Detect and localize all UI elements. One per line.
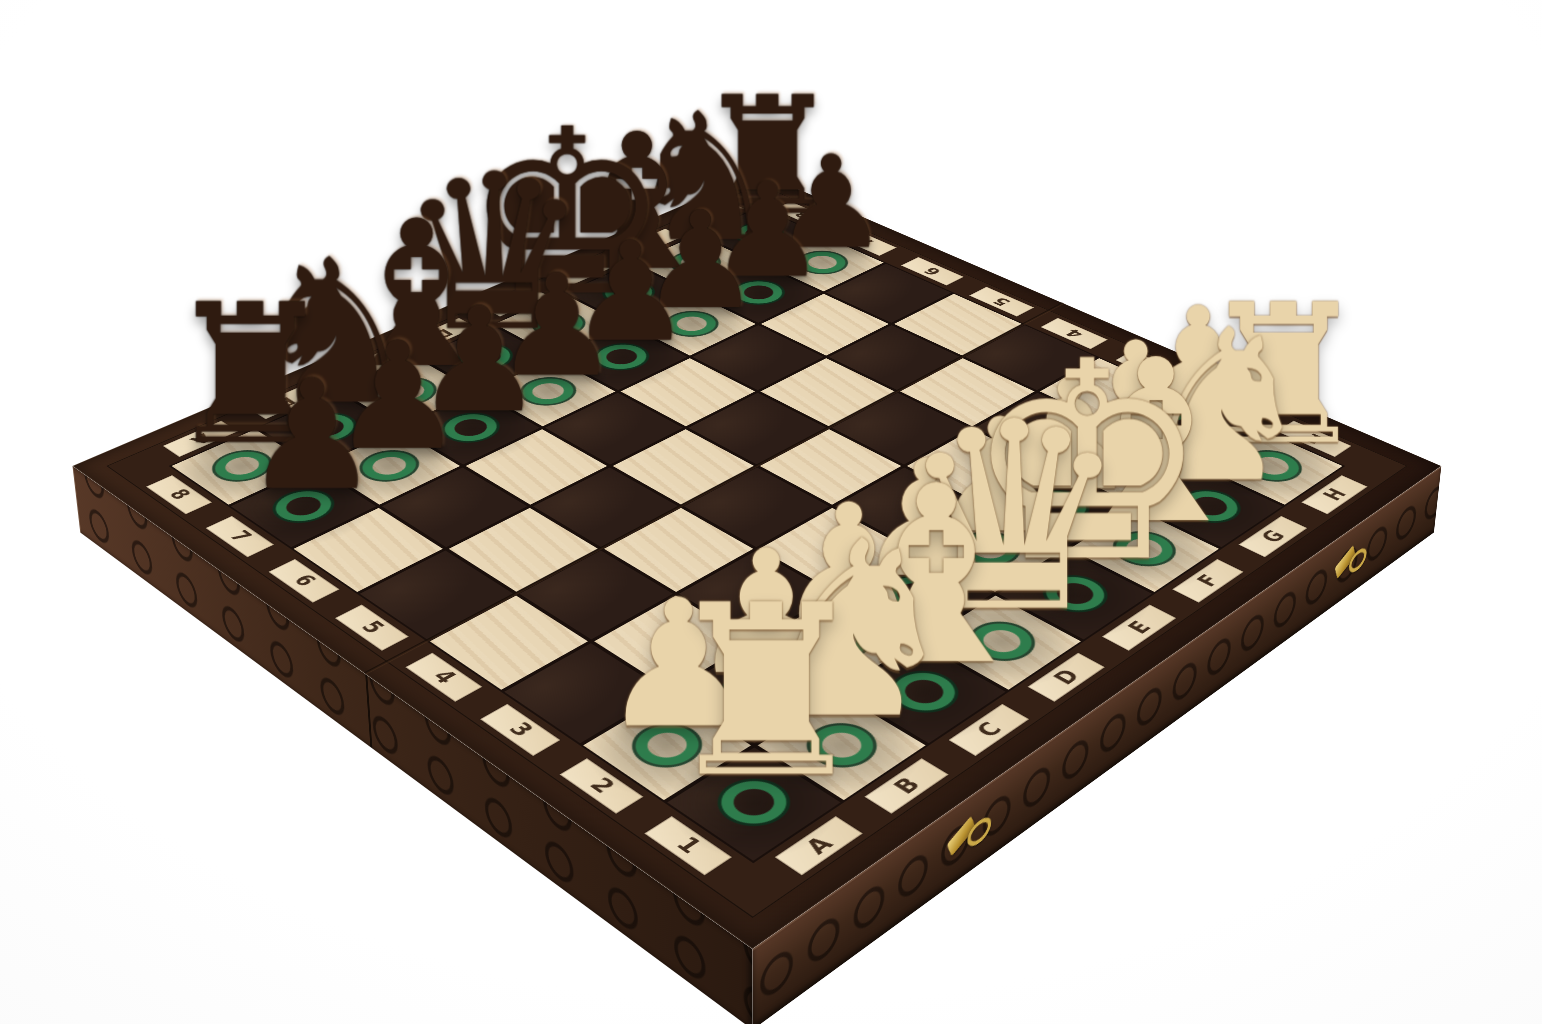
rook-glyph: ♜ bbox=[660, 574, 872, 810]
file-label-e-n-text: E bbox=[504, 296, 528, 308]
pieces-layer: ♜♞♝♛♚♝♞♜♟♟♟♟♟♟♟♟♟♟♟♟♟♟♟♟♜♞♝♛♚♝♞♜ bbox=[73, 172, 1442, 949]
fold-seam-rail bbox=[365, 674, 372, 749]
pawn-glyph: ♟ bbox=[244, 359, 381, 512]
rank-label-8-e-text: 8 bbox=[791, 209, 814, 219]
rank-label-6-e-text: 6 bbox=[920, 266, 944, 277]
chess-board: ABCDEFGH ABCDEFGH 87654321 87654321 ♜♞♝♛… bbox=[73, 172, 1442, 949]
piece-black-pawn-a7[interactable]: ♟ bbox=[137, 359, 487, 512]
file-label-f-n-text: F bbox=[574, 266, 598, 277]
file-label-h-n-text: H bbox=[703, 209, 728, 220]
file-label-g-n-text: G bbox=[640, 236, 665, 247]
scene-3d: ABCDEFGH ABCDEFGH 87654321 87654321 ♜♞♝♛… bbox=[0, 0, 1542, 1024]
photo-stage: ABCDEFGH ABCDEFGH 87654321 87654321 ♜♞♝♛… bbox=[0, 0, 1542, 1024]
piece-white-rook-a1[interactable]: ♜ bbox=[557, 574, 975, 810]
rank-label-7-e-text: 7 bbox=[854, 237, 877, 248]
